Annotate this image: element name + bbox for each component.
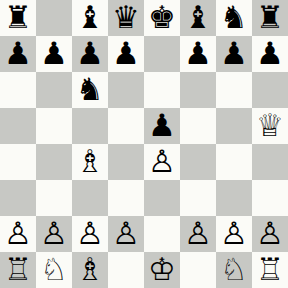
piece-white-pawn[interactable]: ♙ (112, 216, 140, 251)
square-a7[interactable]: ♟ (0, 36, 36, 72)
piece-white-king[interactable]: ♔ (148, 252, 176, 287)
square-e3[interactable] (144, 180, 180, 216)
square-e7[interactable] (144, 36, 180, 72)
square-a2[interactable]: ♙ (0, 216, 36, 252)
square-a6[interactable] (0, 72, 36, 108)
square-d2[interactable]: ♙ (108, 216, 144, 252)
square-c6[interactable]: ♞ (72, 72, 108, 108)
square-c7[interactable]: ♟ (72, 36, 108, 72)
square-f4[interactable] (180, 144, 216, 180)
piece-white-pawn[interactable]: ♙ (76, 216, 104, 251)
square-h6[interactable] (252, 72, 288, 108)
square-h1[interactable]: ♖ (252, 252, 288, 288)
piece-white-bishop[interactable]: ♗ (76, 252, 104, 287)
square-b4[interactable] (36, 144, 72, 180)
square-e5[interactable]: ♟ (144, 108, 180, 144)
square-g7[interactable]: ♟ (216, 36, 252, 72)
square-a4[interactable] (0, 144, 36, 180)
square-c3[interactable] (72, 180, 108, 216)
square-b7[interactable]: ♟ (36, 36, 72, 72)
piece-black-rook[interactable]: ♜ (4, 0, 32, 35)
square-g8[interactable]: ♞ (216, 0, 252, 36)
square-b5[interactable] (36, 108, 72, 144)
piece-black-pawn[interactable]: ♟ (112, 36, 140, 71)
square-d3[interactable] (108, 180, 144, 216)
square-b8[interactable] (36, 0, 72, 36)
square-b3[interactable] (36, 180, 72, 216)
square-h5[interactable]: ♕ (252, 108, 288, 144)
square-f7[interactable]: ♟ (180, 36, 216, 72)
square-f5[interactable] (180, 108, 216, 144)
piece-white-knight[interactable]: ♘ (40, 252, 68, 287)
piece-black-pawn[interactable]: ♟ (184, 36, 212, 71)
square-d7[interactable]: ♟ (108, 36, 144, 72)
piece-black-king[interactable]: ♚ (148, 0, 176, 35)
square-d6[interactable] (108, 72, 144, 108)
square-g3[interactable] (216, 180, 252, 216)
square-e2[interactable] (144, 216, 180, 252)
square-g1[interactable]: ♘ (216, 252, 252, 288)
square-h8[interactable]: ♜ (252, 0, 288, 36)
piece-white-rook[interactable]: ♖ (256, 252, 284, 287)
square-d8[interactable]: ♛ (108, 0, 144, 36)
square-a1[interactable]: ♖ (0, 252, 36, 288)
square-e8[interactable]: ♚ (144, 0, 180, 36)
square-a8[interactable]: ♜ (0, 0, 36, 36)
piece-black-rook[interactable]: ♜ (256, 0, 284, 35)
piece-black-pawn[interactable]: ♟ (4, 36, 32, 71)
square-d1[interactable] (108, 252, 144, 288)
square-d5[interactable] (108, 108, 144, 144)
square-f8[interactable]: ♝ (180, 0, 216, 36)
square-b1[interactable]: ♘ (36, 252, 72, 288)
piece-black-pawn[interactable]: ♟ (148, 108, 176, 143)
piece-black-queen[interactable]: ♛ (112, 0, 140, 35)
square-h7[interactable]: ♟ (252, 36, 288, 72)
square-c2[interactable]: ♙ (72, 216, 108, 252)
square-f3[interactable] (180, 180, 216, 216)
piece-white-pawn[interactable]: ♙ (220, 216, 248, 251)
square-a3[interactable] (0, 180, 36, 216)
square-c5[interactable] (72, 108, 108, 144)
square-g6[interactable] (216, 72, 252, 108)
square-b2[interactable]: ♙ (36, 216, 72, 252)
piece-white-pawn[interactable]: ♙ (184, 216, 212, 251)
square-a5[interactable] (0, 108, 36, 144)
square-e6[interactable] (144, 72, 180, 108)
square-c1[interactable]: ♗ (72, 252, 108, 288)
piece-white-rook[interactable]: ♖ (4, 252, 32, 287)
square-h2[interactable]: ♙ (252, 216, 288, 252)
square-e4[interactable]: ♙ (144, 144, 180, 180)
piece-white-knight[interactable]: ♘ (220, 252, 248, 287)
square-f1[interactable] (180, 252, 216, 288)
square-c8[interactable]: ♝ (72, 0, 108, 36)
piece-white-pawn[interactable]: ♙ (40, 216, 68, 251)
piece-white-pawn[interactable]: ♙ (148, 144, 176, 179)
piece-white-pawn[interactable]: ♙ (4, 216, 32, 251)
piece-white-pawn[interactable]: ♙ (256, 216, 284, 251)
square-g5[interactable] (216, 108, 252, 144)
square-e1[interactable]: ♔ (144, 252, 180, 288)
piece-white-bishop[interactable]: ♗ (76, 144, 104, 179)
piece-black-bishop[interactable]: ♝ (184, 0, 212, 35)
square-f6[interactable] (180, 72, 216, 108)
square-f2[interactable]: ♙ (180, 216, 216, 252)
chess-board: ♜♝♛♚♝♞♜♟♟♟♟♟♟♟♞♟♕♗♙♙♙♙♙♙♙♙♖♘♗♔♘♖ (0, 0, 288, 288)
piece-black-knight[interactable]: ♞ (76, 72, 104, 107)
piece-black-pawn[interactable]: ♟ (76, 36, 104, 71)
square-c4[interactable]: ♗ (72, 144, 108, 180)
piece-white-queen[interactable]: ♕ (256, 108, 284, 143)
square-h3[interactable] (252, 180, 288, 216)
piece-black-pawn[interactable]: ♟ (256, 36, 284, 71)
square-h4[interactable] (252, 144, 288, 180)
piece-black-pawn[interactable]: ♟ (40, 36, 68, 71)
square-g4[interactable] (216, 144, 252, 180)
square-d4[interactable] (108, 144, 144, 180)
square-g2[interactable]: ♙ (216, 216, 252, 252)
piece-black-knight[interactable]: ♞ (220, 0, 248, 35)
piece-black-bishop[interactable]: ♝ (76, 0, 104, 35)
square-b6[interactable] (36, 72, 72, 108)
piece-black-pawn[interactable]: ♟ (220, 36, 248, 71)
